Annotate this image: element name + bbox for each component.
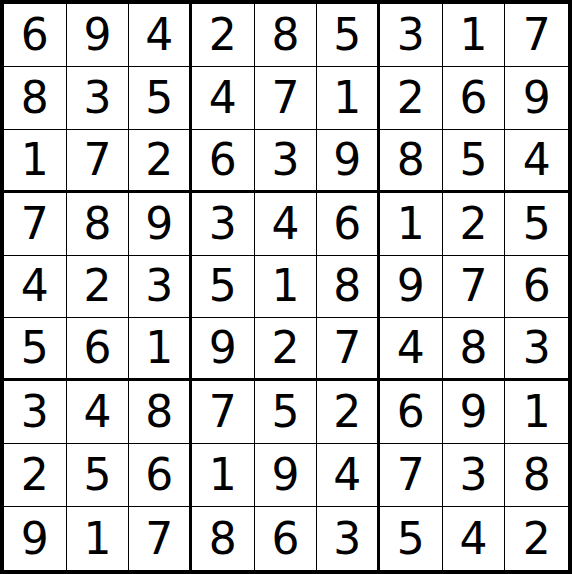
sudoku-board: 6942853178354712691726398547893461254235… bbox=[0, 0, 572, 574]
sudoku-cell-r1c7[interactable]: 3 bbox=[380, 4, 443, 67]
sudoku-cell-r8c3[interactable]: 6 bbox=[129, 444, 192, 507]
sudoku-cell-r6c9[interactable]: 3 bbox=[505, 318, 568, 381]
sudoku-cell-r2c1[interactable]: 8 bbox=[4, 67, 67, 130]
sudoku-cell-r5c4[interactable]: 5 bbox=[192, 256, 255, 319]
sudoku-cell-r1c8[interactable]: 1 bbox=[443, 4, 506, 67]
sudoku-cell-r8c1[interactable]: 2 bbox=[4, 444, 67, 507]
sudoku-cell-r2c8[interactable]: 6 bbox=[443, 67, 506, 130]
sudoku-cell-r7c6[interactable]: 2 bbox=[317, 381, 380, 444]
sudoku-cell-r5c7[interactable]: 9 bbox=[380, 256, 443, 319]
sudoku-cell-r8c7[interactable]: 7 bbox=[380, 444, 443, 507]
sudoku-cell-r6c5[interactable]: 2 bbox=[255, 318, 318, 381]
sudoku-cell-r9c6[interactable]: 3 bbox=[317, 507, 380, 570]
sudoku-cell-r2c6[interactable]: 1 bbox=[317, 67, 380, 130]
sudoku-cell-r4c4[interactable]: 3 bbox=[192, 193, 255, 256]
sudoku-cell-r7c9[interactable]: 1 bbox=[505, 381, 568, 444]
sudoku-cell-r9c3[interactable]: 7 bbox=[129, 507, 192, 570]
sudoku-cell-r7c1[interactable]: 3 bbox=[4, 381, 67, 444]
sudoku-cell-r5c3[interactable]: 3 bbox=[129, 256, 192, 319]
sudoku-cell-r4c6[interactable]: 6 bbox=[317, 193, 380, 256]
sudoku-cell-r1c9[interactable]: 7 bbox=[505, 4, 568, 67]
sudoku-cell-r6c3[interactable]: 1 bbox=[129, 318, 192, 381]
sudoku-cell-r3c5[interactable]: 3 bbox=[255, 130, 318, 193]
sudoku-cell-r2c9[interactable]: 9 bbox=[505, 67, 568, 130]
sudoku-cell-r9c9[interactable]: 2 bbox=[505, 507, 568, 570]
sudoku-cell-r5c8[interactable]: 7 bbox=[443, 256, 506, 319]
sudoku-cell-r5c9[interactable]: 6 bbox=[505, 256, 568, 319]
sudoku-cell-r4c1[interactable]: 7 bbox=[4, 193, 67, 256]
sudoku-cell-r1c1[interactable]: 6 bbox=[4, 4, 67, 67]
sudoku-cell-r5c2[interactable]: 2 bbox=[67, 256, 130, 319]
sudoku-cell-r1c2[interactable]: 9 bbox=[67, 4, 130, 67]
sudoku-cell-r2c2[interactable]: 3 bbox=[67, 67, 130, 130]
sudoku-cell-r3c2[interactable]: 7 bbox=[67, 130, 130, 193]
sudoku-cell-r7c3[interactable]: 8 bbox=[129, 381, 192, 444]
sudoku-cell-r5c1[interactable]: 4 bbox=[4, 256, 67, 319]
sudoku-cell-r2c7[interactable]: 2 bbox=[380, 67, 443, 130]
sudoku-cell-r4c9[interactable]: 5 bbox=[505, 193, 568, 256]
sudoku-cell-r8c8[interactable]: 3 bbox=[443, 444, 506, 507]
sudoku-cell-r9c1[interactable]: 9 bbox=[4, 507, 67, 570]
sudoku-cell-r2c3[interactable]: 5 bbox=[129, 67, 192, 130]
sudoku-cell-r7c7[interactable]: 6 bbox=[380, 381, 443, 444]
sudoku-cell-r6c4[interactable]: 9 bbox=[192, 318, 255, 381]
sudoku-cell-r1c5[interactable]: 8 bbox=[255, 4, 318, 67]
sudoku-cell-r7c2[interactable]: 4 bbox=[67, 381, 130, 444]
sudoku-cell-r3c4[interactable]: 6 bbox=[192, 130, 255, 193]
sudoku-cell-r3c1[interactable]: 1 bbox=[4, 130, 67, 193]
sudoku-cell-r6c1[interactable]: 5 bbox=[4, 318, 67, 381]
sudoku-cell-r1c3[interactable]: 4 bbox=[129, 4, 192, 67]
sudoku-cell-r7c5[interactable]: 5 bbox=[255, 381, 318, 444]
sudoku-cell-r5c5[interactable]: 1 bbox=[255, 256, 318, 319]
sudoku-cell-r8c6[interactable]: 4 bbox=[317, 444, 380, 507]
sudoku-cell-r6c8[interactable]: 8 bbox=[443, 318, 506, 381]
sudoku-cell-r3c3[interactable]: 2 bbox=[129, 130, 192, 193]
sudoku-cell-r3c6[interactable]: 9 bbox=[317, 130, 380, 193]
sudoku-cell-r3c9[interactable]: 4 bbox=[505, 130, 568, 193]
sudoku-cell-r9c4[interactable]: 8 bbox=[192, 507, 255, 570]
sudoku-cell-r5c6[interactable]: 8 bbox=[317, 256, 380, 319]
sudoku-cell-r8c4[interactable]: 1 bbox=[192, 444, 255, 507]
sudoku-cell-r6c7[interactable]: 4 bbox=[380, 318, 443, 381]
sudoku-cell-r8c2[interactable]: 5 bbox=[67, 444, 130, 507]
sudoku-cell-r4c2[interactable]: 8 bbox=[67, 193, 130, 256]
sudoku-cell-r9c2[interactable]: 1 bbox=[67, 507, 130, 570]
sudoku-cell-r6c2[interactable]: 6 bbox=[67, 318, 130, 381]
sudoku-cell-r1c6[interactable]: 5 bbox=[317, 4, 380, 67]
sudoku-cell-r9c5[interactable]: 6 bbox=[255, 507, 318, 570]
sudoku-cell-r8c9[interactable]: 8 bbox=[505, 444, 568, 507]
sudoku-cell-r7c4[interactable]: 7 bbox=[192, 381, 255, 444]
sudoku-cell-r4c3[interactable]: 9 bbox=[129, 193, 192, 256]
sudoku-cell-r4c8[interactable]: 2 bbox=[443, 193, 506, 256]
sudoku-cell-r4c7[interactable]: 1 bbox=[380, 193, 443, 256]
sudoku-cell-r2c5[interactable]: 7 bbox=[255, 67, 318, 130]
sudoku-cell-r4c5[interactable]: 4 bbox=[255, 193, 318, 256]
sudoku-cell-r8c5[interactable]: 9 bbox=[255, 444, 318, 507]
sudoku-cell-r6c6[interactable]: 7 bbox=[317, 318, 380, 381]
sudoku-cell-r1c4[interactable]: 2 bbox=[192, 4, 255, 67]
sudoku-cell-r9c8[interactable]: 4 bbox=[443, 507, 506, 570]
sudoku-cell-r3c7[interactable]: 8 bbox=[380, 130, 443, 193]
sudoku-cell-r3c8[interactable]: 5 bbox=[443, 130, 506, 193]
sudoku-cell-r7c8[interactable]: 9 bbox=[443, 381, 506, 444]
sudoku-cell-r2c4[interactable]: 4 bbox=[192, 67, 255, 130]
sudoku-cell-r9c7[interactable]: 5 bbox=[380, 507, 443, 570]
